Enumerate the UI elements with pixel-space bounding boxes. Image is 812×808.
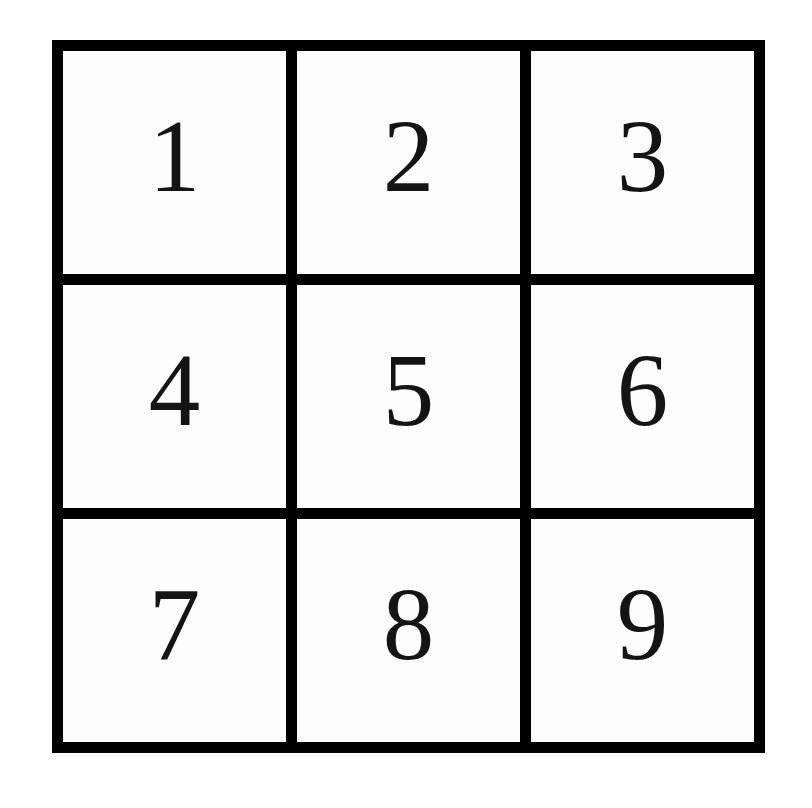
cell-r3c1[interactable]: 7 [63,519,286,742]
cell-value: 6 [617,339,669,442]
cell-r1c3[interactable]: 3 [531,51,754,274]
cell-r3c3[interactable]: 9 [531,519,754,742]
cell-value: 3 [617,105,669,208]
cell-r1c2[interactable]: 2 [297,51,520,274]
cell-r2c1[interactable]: 4 [63,285,286,508]
cell-value: 4 [149,339,201,442]
cell-r2c3[interactable]: 6 [531,285,754,508]
number-grid-board: 1 2 3 4 5 6 7 8 9 [52,40,765,753]
cell-r3c2[interactable]: 8 [297,519,520,742]
cell-value: 8 [383,573,435,676]
cell-r2c2[interactable]: 5 [297,285,520,508]
cell-value: 5 [383,339,435,442]
cell-value: 1 [149,105,201,208]
cell-value: 7 [149,573,201,676]
cell-value: 2 [383,105,435,208]
cell-r1c1[interactable]: 1 [63,51,286,274]
cell-value: 9 [617,573,669,676]
